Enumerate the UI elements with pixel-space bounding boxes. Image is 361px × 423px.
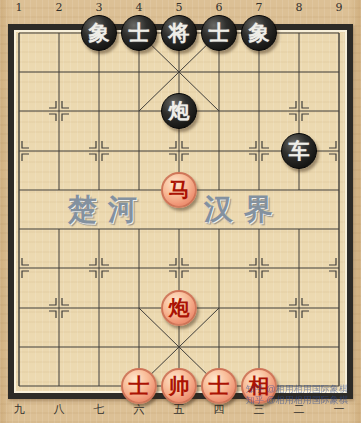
piece-black-elephant[interactable]: 象 — [241, 15, 277, 51]
river-label-right: 汉界 — [204, 193, 284, 225]
piece-black-advisor[interactable]: 士 — [121, 15, 157, 51]
file-label-bottom-3: 七 — [79, 402, 119, 417]
file-label-bottom-6: 四 — [199, 402, 239, 417]
file-label-top-6: 6 — [199, 1, 239, 14]
file-label-top-1: 1 — [0, 1, 39, 14]
piece-black-elephant[interactable]: 象 — [81, 15, 117, 51]
piece-red-general[interactable]: 帅 — [161, 368, 197, 404]
file-label-top-9: 9 — [319, 1, 359, 14]
watermark-line2: 知乎 @相用相用国际象棋 — [246, 395, 360, 406]
board-grid — [0, 0, 361, 423]
piece-black-chariot[interactable]: 车 — [281, 133, 317, 169]
file-label-top-4: 4 — [119, 1, 159, 14]
piece-black-cannon[interactable]: 炮 — [161, 93, 197, 129]
file-label-bottom-4: 六 — [119, 402, 159, 417]
file-label-bottom-1: 九 — [0, 402, 39, 417]
river-label-left: 楚河 — [68, 193, 148, 225]
xiangqi-app: 123456789 九八七六五四三二一 楚河 汉界 象士将士象炮车马炮士帅士相 … — [0, 0, 361, 423]
file-label-top-8: 8 — [279, 1, 319, 14]
piece-red-horse[interactable]: 马 — [161, 172, 197, 208]
file-label-top-5: 5 — [159, 1, 199, 14]
file-label-top-3: 3 — [79, 1, 119, 14]
piece-red-cannon[interactable]: 炮 — [161, 290, 197, 326]
piece-red-advisor[interactable]: 士 — [201, 368, 237, 404]
file-label-bottom-2: 八 — [39, 402, 79, 417]
file-label-top-7: 7 — [239, 1, 279, 14]
piece-black-general[interactable]: 将 — [161, 15, 197, 51]
piece-red-advisor[interactable]: 士 — [121, 368, 157, 404]
watermark: 知乎 @相用相用国际象棋 知乎 @相用相用国际象棋 — [246, 384, 360, 406]
file-label-top-2: 2 — [39, 1, 79, 14]
file-label-bottom-5: 五 — [159, 402, 199, 417]
piece-black-advisor[interactable]: 士 — [201, 15, 237, 51]
watermark-line1: 知乎 @相用相用国际象棋 — [246, 384, 360, 395]
